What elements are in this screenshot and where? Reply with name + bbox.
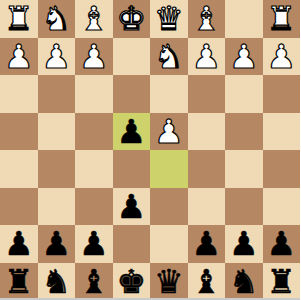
black-rook-piece[interactable]: ♜ <box>266 263 296 300</box>
white-pawn-piece[interactable]: ♟ <box>266 38 296 76</box>
square-a5[interactable] <box>263 150 301 188</box>
square-d2[interactable]: ♞ <box>150 38 188 76</box>
square-f7[interactable]: ♟ <box>75 225 113 263</box>
square-a2[interactable]: ♟ <box>263 38 301 76</box>
black-pawn-piece[interactable]: ♟ <box>191 225 221 263</box>
square-e8[interactable]: ♚ <box>113 263 151 300</box>
square-g3[interactable] <box>38 75 76 113</box>
square-b5[interactable] <box>225 150 263 188</box>
black-pawn-piece[interactable]: ♟ <box>116 188 146 226</box>
square-e4[interactable]: ♟ <box>113 113 151 151</box>
black-pawn-piece[interactable]: ♟ <box>266 225 296 263</box>
square-h4[interactable] <box>0 113 38 151</box>
white-pawn-piece[interactable]: ♟ <box>229 38 259 76</box>
white-bishop-piece[interactable]: ♝ <box>191 0 221 38</box>
square-b6[interactable] <box>225 188 263 226</box>
square-h3[interactable] <box>0 75 38 113</box>
black-king-piece[interactable]: ♚ <box>116 263 146 300</box>
square-g5[interactable] <box>38 150 76 188</box>
white-pawn-piece[interactable]: ♟ <box>154 113 184 151</box>
square-a8[interactable]: ♜ <box>263 263 301 300</box>
black-knight-piece[interactable]: ♞ <box>229 263 259 300</box>
square-e1[interactable]: ♚ <box>113 0 151 38</box>
white-pawn-piece[interactable]: ♟ <box>4 38 34 76</box>
square-h6[interactable] <box>0 188 38 226</box>
chess-board: ♜♞♝♚♛♝♜♟♟♟♞♟♟♟♟♟♟♟♟♟♟♟♟♜♞♝♚♛♝♞♜ <box>0 0 300 300</box>
white-bishop-piece[interactable]: ♝ <box>79 0 109 38</box>
square-d7[interactable] <box>150 225 188 263</box>
black-pawn-piece[interactable]: ♟ <box>79 225 109 263</box>
white-rook-piece[interactable]: ♜ <box>4 0 34 38</box>
white-knight-piece[interactable]: ♞ <box>154 38 184 76</box>
white-pawn-piece[interactable]: ♟ <box>191 38 221 76</box>
square-d3[interactable] <box>150 75 188 113</box>
white-rook-piece[interactable]: ♜ <box>266 0 296 38</box>
black-pawn-piece[interactable]: ♟ <box>229 225 259 263</box>
black-bishop-piece[interactable]: ♝ <box>79 263 109 300</box>
white-king-piece[interactable]: ♚ <box>116 0 146 38</box>
square-f1[interactable]: ♝ <box>75 0 113 38</box>
square-e7[interactable] <box>113 225 151 263</box>
black-rook-piece[interactable]: ♜ <box>4 263 34 300</box>
square-h2[interactable]: ♟ <box>0 38 38 76</box>
chess-board-container: ♜♞♝♚♛♝♜♟♟♟♞♟♟♟♟♟♟♟♟♟♟♟♟♜♞♝♚♛♝♞♜ <box>0 0 300 300</box>
square-g2[interactable]: ♟ <box>38 38 76 76</box>
square-c7[interactable]: ♟ <box>188 225 226 263</box>
square-f3[interactable] <box>75 75 113 113</box>
square-g7[interactable]: ♟ <box>38 225 76 263</box>
black-pawn-piece[interactable]: ♟ <box>41 225 71 263</box>
square-c3[interactable] <box>188 75 226 113</box>
square-e6[interactable]: ♟ <box>113 188 151 226</box>
square-c8[interactable]: ♝ <box>188 263 226 300</box>
black-pawn-piece[interactable]: ♟ <box>116 113 146 151</box>
square-g8[interactable]: ♞ <box>38 263 76 300</box>
square-d4[interactable]: ♟ <box>150 113 188 151</box>
square-e5[interactable] <box>113 150 151 188</box>
square-e3[interactable] <box>113 75 151 113</box>
square-d8[interactable]: ♛ <box>150 263 188 300</box>
black-knight-piece[interactable]: ♞ <box>41 263 71 300</box>
black-queen-piece[interactable]: ♛ <box>154 263 184 300</box>
square-a4[interactable] <box>263 113 301 151</box>
square-b4[interactable] <box>225 113 263 151</box>
square-d1[interactable]: ♛ <box>150 0 188 38</box>
white-knight-piece[interactable]: ♞ <box>41 0 71 38</box>
square-b2[interactable]: ♟ <box>225 38 263 76</box>
square-a6[interactable] <box>263 188 301 226</box>
square-h5[interactable] <box>0 150 38 188</box>
square-b3[interactable] <box>225 75 263 113</box>
square-a1[interactable]: ♜ <box>263 0 301 38</box>
square-c1[interactable]: ♝ <box>188 0 226 38</box>
square-e2[interactable] <box>113 38 151 76</box>
square-h8[interactable]: ♜ <box>0 263 38 300</box>
square-f8[interactable]: ♝ <box>75 263 113 300</box>
square-b7[interactable]: ♟ <box>225 225 263 263</box>
black-bishop-piece[interactable]: ♝ <box>191 263 221 300</box>
square-c4[interactable] <box>188 113 226 151</box>
square-h7[interactable]: ♟ <box>0 225 38 263</box>
square-f5[interactable] <box>75 150 113 188</box>
square-b1[interactable] <box>225 0 263 38</box>
white-pawn-piece[interactable]: ♟ <box>41 38 71 76</box>
square-h1[interactable]: ♜ <box>0 0 38 38</box>
square-f4[interactable] <box>75 113 113 151</box>
square-d6[interactable] <box>150 188 188 226</box>
square-c2[interactable]: ♟ <box>188 38 226 76</box>
square-f6[interactable] <box>75 188 113 226</box>
square-g4[interactable] <box>38 113 76 151</box>
square-f2[interactable]: ♟ <box>75 38 113 76</box>
white-queen-piece[interactable]: ♛ <box>154 0 184 38</box>
square-b8[interactable]: ♞ <box>225 263 263 300</box>
square-a3[interactable] <box>263 75 301 113</box>
black-pawn-piece[interactable]: ♟ <box>4 225 34 263</box>
square-c5[interactable] <box>188 150 226 188</box>
square-g1[interactable]: ♞ <box>38 0 76 38</box>
square-d5[interactable] <box>150 150 188 188</box>
square-g6[interactable] <box>38 188 76 226</box>
square-c6[interactable] <box>188 188 226 226</box>
square-a7[interactable]: ♟ <box>263 225 301 263</box>
white-pawn-piece[interactable]: ♟ <box>79 38 109 76</box>
